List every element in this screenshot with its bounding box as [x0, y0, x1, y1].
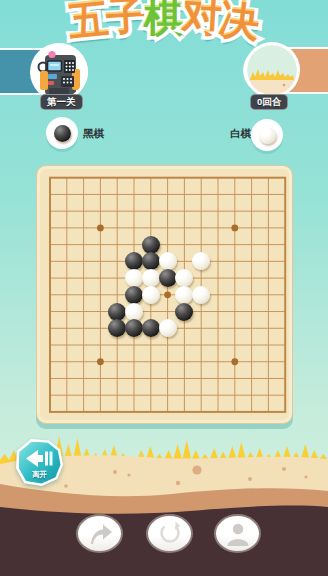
round-badge: 0回合: [250, 94, 288, 110]
title-char: 棋棋: [144, 0, 184, 40]
white-stone: ○: [142, 286, 160, 304]
black-stone: ●: [142, 319, 160, 337]
white-stone: ○: [159, 319, 177, 337]
title-char: 决决: [217, 0, 262, 46]
black-stone-icon: ●: [54, 125, 71, 142]
back-arrow-icon: [25, 448, 54, 469]
white-stone: ○: [192, 286, 210, 304]
back-button-label: 离开: [16, 470, 63, 480]
black-stone: ●: [175, 303, 193, 321]
board-grid: [37, 166, 294, 425]
robot-avatar-icon: [33, 46, 85, 98]
white-stone: ○: [159, 252, 177, 270]
gomoku-board[interactable]: ●●●○○○○●○●○○○●○●●●●○: [36, 165, 293, 424]
share-icon: [83, 519, 117, 549]
black-stone: ●: [108, 303, 126, 321]
profile-icon: [222, 520, 254, 548]
share-button[interactable]: [76, 514, 123, 553]
game-screen: 五五子子棋棋对对决决: [0, 0, 328, 576]
white-stone-indicator: ○: [251, 119, 283, 151]
black-stone-label: 黑棋: [83, 127, 104, 141]
back-button[interactable]: 离开: [16, 439, 63, 486]
game-title: 五五子子棋棋对对决决: [0, 0, 328, 40]
black-stone: ●: [125, 286, 143, 304]
title-char: 五五: [66, 0, 111, 45]
white-stone: ○: [142, 269, 160, 287]
white-stone-icon: ○: [259, 127, 276, 144]
robot-avatar: [33, 46, 85, 98]
profile-button[interactable]: [214, 514, 261, 553]
white-stone-label: 白棋: [230, 127, 251, 141]
opponent-avatar: [247, 45, 297, 95]
white-stone: ○: [125, 269, 143, 287]
level-badge: 第一关: [40, 94, 83, 110]
restart-icon: [156, 520, 184, 548]
restart-button[interactable]: [146, 514, 193, 553]
white-stone: ○: [125, 303, 143, 321]
title-char: 子子: [105, 0, 147, 40]
empty-scene-icon: [247, 45, 297, 95]
black-stone: ●: [159, 269, 177, 287]
black-stone: ●: [142, 236, 160, 254]
black-stone-indicator: ●: [46, 117, 78, 149]
